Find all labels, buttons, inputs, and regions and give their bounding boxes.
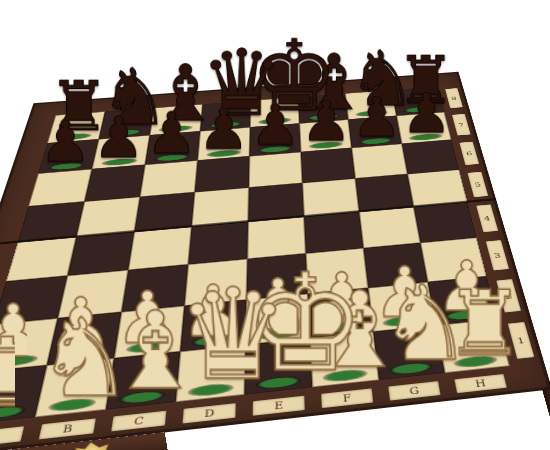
black-pawn-icon: ♟ [352,90,402,146]
square-a4[interactable] [6,237,76,281]
black-pawn-icon: ♟ [93,109,145,166]
square-e6[interactable] [249,152,303,188]
board-squares: ♜♞♝♛♚♝♞♜♟♟♟♟♟♟♟♟♟♟♟♟♟♟♟♟♜♞♝♛♚♝♞♜ [0,86,510,425]
piece-black-pawn[interactable]: ♟ [198,127,251,160]
piece-black-pawn[interactable]: ♟ [92,135,150,169]
square-c7[interactable]: ♟ [145,131,200,165]
square-g7[interactable]: ♟ [348,116,402,148]
piece-black-pawn[interactable]: ♟ [145,131,200,165]
piece-black-pawn[interactable]: ♟ [249,123,300,156]
piece-white-rook[interactable]: ♜ [0,365,47,425]
chess-board: ♜♞♝♛♚♝♞♜♟♟♟♟♟♟♟♟♟♟♟♟♟♟♟♟♜♞♝♛♚♝♞♜ ABCDEFG… [0,72,550,450]
black-pawn-icon: ♟ [198,101,249,158]
file-label-a: A [0,426,24,447]
file-label-d: D [183,403,236,423]
board-frame: ♜♞♝♛♚♝♞♜♟♟♟♟♟♟♟♟♟♟♟♟♟♟♟♟♜♞♝♛♚♝♞♜ ABCDEFG… [0,72,550,450]
chess-set-photo: ♜♞♝♛♚♝♞♜♟♟♟♟♟♟♟♟♟♟♟♟♟♟♟♟♜♞♝♛♚♝♞♜ ABCDEFG… [0,0,550,450]
file-label-c: C [111,411,166,432]
piece-black-pawn[interactable]: ♟ [299,120,351,152]
black-pawn-icon: ♟ [39,113,91,171]
square-h4[interactable] [414,202,477,243]
white-rook-icon: ♜ [0,326,34,420]
file-label-h: H [454,374,506,393]
rank-label-4: 4 [476,204,498,232]
black-pawn-icon: ♟ [250,97,301,153]
piece-black-pawn[interactable]: ♟ [38,139,99,173]
square-b4[interactable] [67,232,134,276]
square-h7[interactable]: ♟ [397,112,452,144]
square-d4[interactable] [188,222,248,265]
square-d6[interactable] [195,156,250,192]
rank-label-6: 6 [459,142,479,165]
square-b7[interactable]: ♟ [92,135,150,169]
square-g6[interactable] [352,144,408,179]
square-a1[interactable]: ♜ [0,365,47,425]
square-b6[interactable] [84,165,145,202]
square-c6[interactable] [140,160,198,196]
file-label-b: B [39,418,96,439]
file-label-g: G [388,381,440,400]
file-label-f: F [321,388,373,408]
rank-label-7: 7 [452,114,471,136]
file-label-e: E [253,396,305,416]
square-f7[interactable]: ♟ [299,120,351,152]
square-a7[interactable]: ♟ [38,139,99,173]
black-pawn-icon: ♟ [146,105,197,162]
piece-black-pawn[interactable]: ♟ [348,116,402,148]
square-d7[interactable]: ♟ [198,127,251,160]
square-e7[interactable]: ♟ [249,123,300,156]
square-f6[interactable] [301,148,355,183]
piece-black-pawn[interactable]: ♟ [397,112,452,144]
black-pawn-icon: ♟ [301,93,352,149]
square-g4[interactable] [359,207,420,248]
rank-label-5: 5 [468,172,489,198]
black-pawn-icon: ♟ [402,86,452,141]
square-h6[interactable] [402,140,459,174]
brass-clasp-icon [69,440,118,450]
